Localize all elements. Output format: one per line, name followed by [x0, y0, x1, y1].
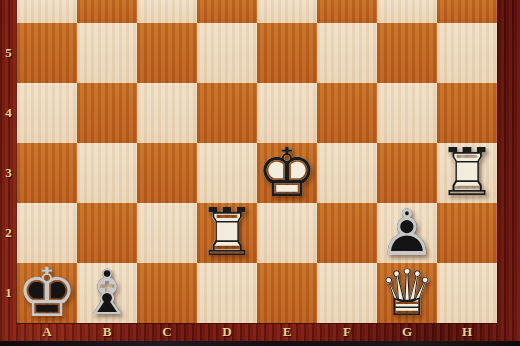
square-h5[interactable] [437, 23, 497, 83]
square-b2[interactable] [77, 203, 137, 263]
square-c4[interactable] [137, 83, 197, 143]
square-h6[interactable] [437, 0, 497, 23]
white-rook-outline: ♖ [197, 203, 257, 263]
file-label-c: C [137, 323, 197, 341]
square-e1[interactable] [257, 263, 317, 323]
square-c6[interactable] [137, 0, 197, 23]
file-label-a: A [17, 323, 77, 341]
square-g6[interactable] [377, 0, 437, 23]
square-c2[interactable] [137, 203, 197, 263]
square-f3[interactable] [317, 143, 377, 203]
square-b3[interactable] [77, 143, 137, 203]
black-king-piece[interactable]: ♚♔ [17, 263, 77, 323]
square-d6[interactable] [197, 0, 257, 23]
square-f6[interactable] [317, 0, 377, 23]
white-king-piece[interactable]: ♚♔ [257, 143, 317, 203]
square-a3[interactable] [17, 143, 77, 203]
square-b4[interactable] [77, 83, 137, 143]
square-a1[interactable]: ♚♔ [17, 263, 77, 323]
file-label-b: B [77, 323, 137, 341]
white-rook-piece[interactable]: ♜♖ [197, 203, 257, 263]
file-label-f: F [317, 323, 377, 341]
square-e6[interactable] [257, 0, 317, 23]
square-f1[interactable] [317, 263, 377, 323]
square-e2[interactable] [257, 203, 317, 263]
file-label-d: D [197, 323, 257, 341]
square-g4[interactable] [377, 83, 437, 143]
black-bishop-outline: ♗ [77, 263, 137, 323]
square-b5[interactable] [77, 23, 137, 83]
rank-label-3: 3 [0, 143, 17, 203]
rank-label-1: 1 [0, 263, 17, 323]
square-c3[interactable] [137, 143, 197, 203]
square-a4[interactable] [17, 83, 77, 143]
white-rook-piece[interactable]: ♜♖ [437, 143, 497, 203]
square-d2[interactable]: ♜♖ [197, 203, 257, 263]
white-king-outline: ♔ [257, 143, 317, 203]
square-f2[interactable] [317, 203, 377, 263]
rank-labels: 54321 [0, 23, 17, 323]
square-d5[interactable] [197, 23, 257, 83]
square-b6[interactable] [77, 0, 137, 23]
black-bishop-piece[interactable]: ♝♗ [77, 263, 137, 323]
square-d4[interactable] [197, 83, 257, 143]
square-f4[interactable] [317, 83, 377, 143]
square-g3[interactable] [377, 143, 437, 203]
white-rook-outline: ♖ [437, 143, 497, 203]
square-h3[interactable]: ♜♖ [437, 143, 497, 203]
square-a6[interactable] [17, 0, 77, 23]
chess-board: ♚♔♜♖♜♖♟♙♚♔♝♗♛♕ [17, 0, 497, 323]
square-c5[interactable] [137, 23, 197, 83]
file-label-h: H [437, 323, 497, 341]
square-d1[interactable] [197, 263, 257, 323]
square-a5[interactable] [17, 23, 77, 83]
file-labels: ABCDEFGH [17, 323, 497, 341]
black-king-outline: ♔ [17, 263, 77, 323]
white-queen-outline: ♕ [377, 263, 437, 323]
square-h2[interactable] [437, 203, 497, 263]
rank-label-2: 2 [0, 203, 17, 263]
file-label-e: E [257, 323, 317, 341]
square-f5[interactable] [317, 23, 377, 83]
white-queen-piece[interactable]: ♛♕ [377, 263, 437, 323]
chess-board-screen: ♚♔♜♖♜♖♟♙♚♔♝♗♛♕ 54321 ABCDEFGH [0, 0, 520, 346]
square-g5[interactable] [377, 23, 437, 83]
rank-label-4: 4 [0, 83, 17, 143]
square-e5[interactable] [257, 23, 317, 83]
square-g1[interactable]: ♛♕ [377, 263, 437, 323]
black-pawn-piece[interactable]: ♟♙ [377, 203, 437, 263]
file-label-g: G [377, 323, 437, 341]
square-b1[interactable]: ♝♗ [77, 263, 137, 323]
square-g2[interactable]: ♟♙ [377, 203, 437, 263]
black-pawn-outline: ♙ [377, 203, 437, 263]
square-e3[interactable]: ♚♔ [257, 143, 317, 203]
rank-label-5: 5 [0, 23, 17, 83]
square-c1[interactable] [137, 263, 197, 323]
bottom-edge-strip [0, 341, 520, 346]
square-h1[interactable] [437, 263, 497, 323]
